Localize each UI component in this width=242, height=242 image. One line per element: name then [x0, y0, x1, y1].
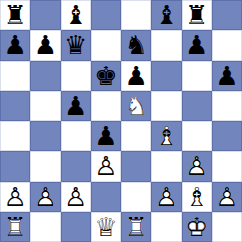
- square-f8[interactable]: ♝: [151, 0, 181, 30]
- square-a3[interactable]: [0, 151, 30, 181]
- square-b4[interactable]: [30, 121, 60, 151]
- square-b1[interactable]: [30, 212, 60, 242]
- square-h2[interactable]: ♟♙: [212, 182, 242, 212]
- square-g2[interactable]: ♝♗: [182, 182, 212, 212]
- white-pawn-piece[interactable]: ♙: [0, 182, 30, 212]
- square-h6[interactable]: ♟: [212, 61, 242, 91]
- black-king-piece[interactable]: ♚: [91, 61, 121, 91]
- square-g1[interactable]: ♚♔: [182, 212, 212, 242]
- square-b7[interactable]: ♟: [30, 30, 60, 60]
- square-f1[interactable]: [151, 212, 181, 242]
- square-f4[interactable]: ♝♗: [151, 121, 181, 151]
- black-pawn-piece[interactable]: ♟: [30, 30, 60, 60]
- square-d5[interactable]: [91, 91, 121, 121]
- square-b2[interactable]: ♟♙: [30, 182, 60, 212]
- square-h4[interactable]: [212, 121, 242, 151]
- white-pawn-piece[interactable]: ♙: [61, 182, 91, 212]
- square-a7[interactable]: ♟: [0, 30, 30, 60]
- square-d7[interactable]: [91, 30, 121, 60]
- square-e4[interactable]: [121, 121, 151, 151]
- square-g4[interactable]: [182, 121, 212, 151]
- black-pawn-piece[interactable]: ♟: [121, 61, 151, 91]
- black-pawn-piece[interactable]: ♟: [0, 30, 30, 60]
- square-b8[interactable]: [30, 0, 60, 30]
- square-c7[interactable]: ♛: [61, 30, 91, 60]
- square-a6[interactable]: [0, 61, 30, 91]
- white-pawn-piece[interactable]: ♙: [182, 151, 212, 181]
- square-f2[interactable]: ♟♙: [151, 182, 181, 212]
- square-e5[interactable]: ♞♘: [121, 91, 151, 121]
- black-pawn-piece[interactable]: ♟: [212, 61, 242, 91]
- square-c2[interactable]: ♟♙: [61, 182, 91, 212]
- white-rook-piece[interactable]: ♖: [0, 212, 30, 242]
- square-g8[interactable]: ♜: [182, 0, 212, 30]
- black-bishop-piece[interactable]: ♝: [151, 0, 181, 30]
- white-queen-piece[interactable]: ♕: [91, 212, 121, 242]
- square-c8[interactable]: ♝: [61, 0, 91, 30]
- square-b6[interactable]: [30, 61, 60, 91]
- black-pawn-piece[interactable]: ♟: [61, 91, 91, 121]
- square-h3[interactable]: [212, 151, 242, 181]
- black-rook-piece[interactable]: ♜: [0, 0, 30, 30]
- black-knight-piece[interactable]: ♞: [121, 30, 151, 60]
- white-pawn-piece[interactable]: ♙: [91, 151, 121, 181]
- square-d1[interactable]: ♛♕: [91, 212, 121, 242]
- square-a2[interactable]: ♟♙: [0, 182, 30, 212]
- white-bishop-piece[interactable]: ♗: [151, 121, 181, 151]
- square-d3[interactable]: ♟♙: [91, 151, 121, 181]
- square-a4[interactable]: [0, 121, 30, 151]
- square-c6[interactable]: [61, 61, 91, 91]
- square-c3[interactable]: [61, 151, 91, 181]
- chess-board: ♜♝♝♜♟♟♛♞♟♚♟♟♟♞♘♟♝♗♟♙♟♙♟♙♟♙♟♙♟♙♝♗♟♙♜♖♛♕♜♖…: [0, 0, 242, 242]
- square-e6[interactable]: ♟: [121, 61, 151, 91]
- square-h8[interactable]: [212, 0, 242, 30]
- square-g6[interactable]: [182, 61, 212, 91]
- white-pawn-piece[interactable]: ♙: [30, 182, 60, 212]
- square-g3[interactable]: ♟♙: [182, 151, 212, 181]
- white-pawn-piece[interactable]: ♙: [212, 182, 242, 212]
- white-pawn-piece[interactable]: ♙: [151, 182, 181, 212]
- black-pawn-piece[interactable]: ♟: [91, 121, 121, 151]
- square-c5[interactable]: ♟: [61, 91, 91, 121]
- black-bishop-piece[interactable]: ♝: [61, 0, 91, 30]
- square-a8[interactable]: ♜: [0, 0, 30, 30]
- square-h5[interactable]: [212, 91, 242, 121]
- square-b5[interactable]: [30, 91, 60, 121]
- square-g7[interactable]: ♟: [182, 30, 212, 60]
- white-knight-piece[interactable]: ♘: [121, 91, 151, 121]
- square-e2[interactable]: [121, 182, 151, 212]
- square-c4[interactable]: [61, 121, 91, 151]
- square-a5[interactable]: [0, 91, 30, 121]
- white-rook-piece[interactable]: ♖: [121, 212, 151, 242]
- square-e1[interactable]: ♜♖: [121, 212, 151, 242]
- black-queen-piece[interactable]: ♛: [61, 30, 91, 60]
- square-h7[interactable]: [212, 30, 242, 60]
- square-f7[interactable]: [151, 30, 181, 60]
- black-pawn-piece[interactable]: ♟: [182, 30, 212, 60]
- square-c1[interactable]: [61, 212, 91, 242]
- square-b3[interactable]: [30, 151, 60, 181]
- square-e7[interactable]: ♞: [121, 30, 151, 60]
- square-f3[interactable]: [151, 151, 181, 181]
- square-d6[interactable]: ♚: [91, 61, 121, 91]
- square-g5[interactable]: [182, 91, 212, 121]
- square-d4[interactable]: ♟: [91, 121, 121, 151]
- square-d2[interactable]: [91, 182, 121, 212]
- square-e8[interactable]: [121, 0, 151, 30]
- square-e3[interactable]: [121, 151, 151, 181]
- square-f5[interactable]: [151, 91, 181, 121]
- white-king-piece[interactable]: ♔: [182, 212, 212, 242]
- black-rook-piece[interactable]: ♜: [182, 0, 212, 30]
- white-bishop-piece[interactable]: ♗: [182, 182, 212, 212]
- square-a1[interactable]: ♜♖: [0, 212, 30, 242]
- square-f6[interactable]: [151, 61, 181, 91]
- square-d8[interactable]: [91, 0, 121, 30]
- square-h1[interactable]: [212, 212, 242, 242]
